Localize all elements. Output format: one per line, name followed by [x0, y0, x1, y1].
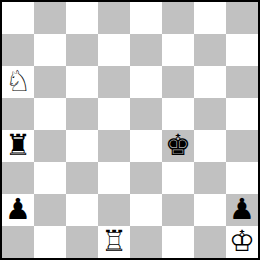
- square-g7[interactable]: [194, 34, 226, 66]
- square-c2[interactable]: [66, 194, 98, 226]
- square-h8[interactable]: [226, 2, 258, 34]
- square-b3[interactable]: [34, 162, 66, 194]
- square-a6[interactable]: ♘: [2, 66, 34, 98]
- square-d8[interactable]: [98, 2, 130, 34]
- black-king-piece: ♚: [165, 130, 191, 161]
- square-e8[interactable]: [130, 2, 162, 34]
- square-c5[interactable]: [66, 98, 98, 130]
- square-b1[interactable]: [34, 226, 66, 258]
- square-b6[interactable]: [34, 66, 66, 98]
- square-g2[interactable]: [194, 194, 226, 226]
- square-g8[interactable]: [194, 2, 226, 34]
- square-a8[interactable]: [2, 2, 34, 34]
- square-a3[interactable]: [2, 162, 34, 194]
- square-b8[interactable]: [34, 2, 66, 34]
- square-e1[interactable]: [130, 226, 162, 258]
- square-f8[interactable]: [162, 2, 194, 34]
- square-a2[interactable]: ♟: [2, 194, 34, 226]
- square-f6[interactable]: [162, 66, 194, 98]
- white-rook-piece: ♖: [101, 226, 127, 257]
- square-b4[interactable]: [34, 130, 66, 162]
- square-a7[interactable]: [2, 34, 34, 66]
- square-e3[interactable]: [130, 162, 162, 194]
- square-c3[interactable]: [66, 162, 98, 194]
- black-pawn-piece: ♟: [5, 194, 31, 225]
- square-c4[interactable]: [66, 130, 98, 162]
- square-c6[interactable]: [66, 66, 98, 98]
- square-d7[interactable]: [98, 34, 130, 66]
- square-e7[interactable]: [130, 34, 162, 66]
- square-e4[interactable]: [130, 130, 162, 162]
- square-d5[interactable]: [98, 98, 130, 130]
- square-d2[interactable]: [98, 194, 130, 226]
- square-d4[interactable]: [98, 130, 130, 162]
- square-f5[interactable]: [162, 98, 194, 130]
- square-b7[interactable]: [34, 34, 66, 66]
- square-h4[interactable]: [226, 130, 258, 162]
- square-c1[interactable]: [66, 226, 98, 258]
- square-a5[interactable]: [2, 98, 34, 130]
- square-e6[interactable]: [130, 66, 162, 98]
- square-a4[interactable]: ♜: [2, 130, 34, 162]
- square-f7[interactable]: [162, 34, 194, 66]
- square-g6[interactable]: [194, 66, 226, 98]
- square-b5[interactable]: [34, 98, 66, 130]
- square-f3[interactable]: [162, 162, 194, 194]
- square-g5[interactable]: [194, 98, 226, 130]
- square-f4[interactable]: ♚: [162, 130, 194, 162]
- square-h5[interactable]: [226, 98, 258, 130]
- black-pawn-piece: ♟: [229, 194, 255, 225]
- white-knight-piece: ♘: [5, 66, 31, 97]
- square-h2[interactable]: ♟: [226, 194, 258, 226]
- square-h7[interactable]: [226, 34, 258, 66]
- square-c7[interactable]: [66, 34, 98, 66]
- square-f1[interactable]: [162, 226, 194, 258]
- square-d1[interactable]: ♖: [98, 226, 130, 258]
- square-f2[interactable]: [162, 194, 194, 226]
- square-d3[interactable]: [98, 162, 130, 194]
- square-g3[interactable]: [194, 162, 226, 194]
- square-g4[interactable]: [194, 130, 226, 162]
- square-e5[interactable]: [130, 98, 162, 130]
- square-g1[interactable]: [194, 226, 226, 258]
- square-h6[interactable]: [226, 66, 258, 98]
- square-h1[interactable]: ♔: [226, 226, 258, 258]
- black-rook-piece: ♜: [5, 130, 31, 161]
- chess-board: ♘♜♚♟♟♖♔: [0, 0, 260, 260]
- square-b2[interactable]: [34, 194, 66, 226]
- square-a1[interactable]: [2, 226, 34, 258]
- square-d6[interactable]: [98, 66, 130, 98]
- square-c8[interactable]: [66, 2, 98, 34]
- chess-diagram: ♘♜♚♟♟♖♔: [0, 0, 260, 260]
- white-king-piece: ♔: [229, 226, 255, 257]
- square-h3[interactable]: [226, 162, 258, 194]
- square-e2[interactable]: [130, 194, 162, 226]
